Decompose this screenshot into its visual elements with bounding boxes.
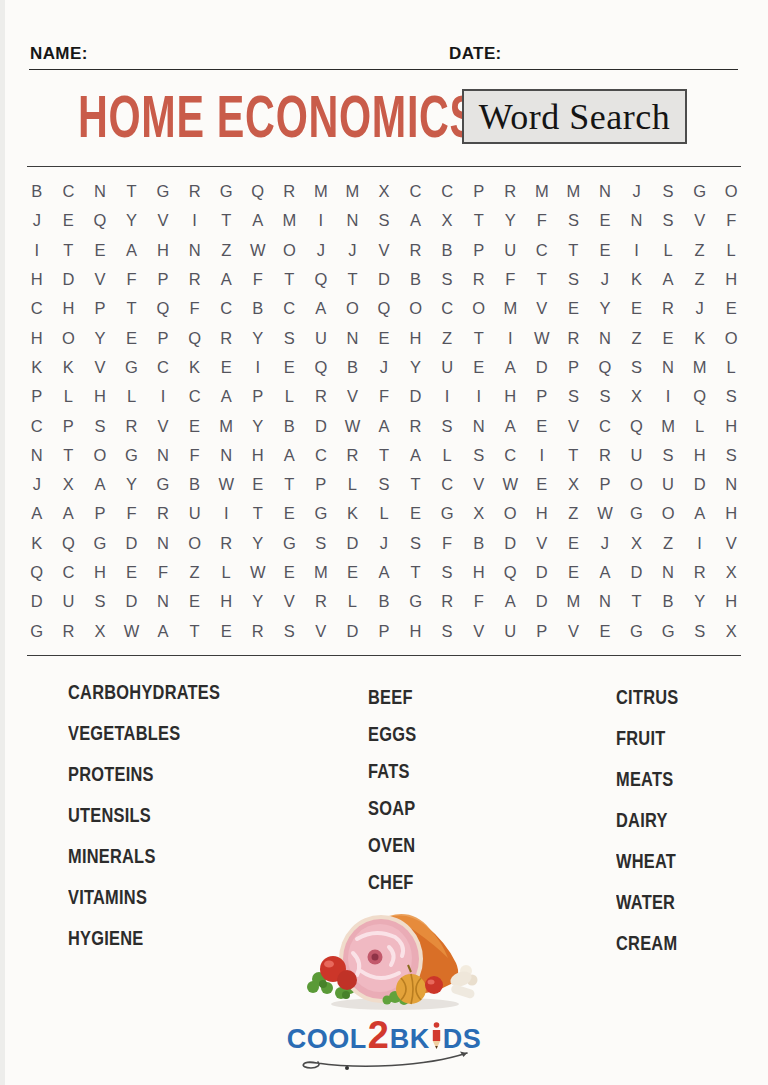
grid-cell[interactable]: P [368, 616, 400, 645]
grid-cell[interactable]: E [179, 587, 211, 616]
grid-cell[interactable]: X [53, 470, 85, 499]
grid-cell[interactable]: L [368, 499, 400, 528]
grid-cell[interactable]: S [431, 411, 463, 440]
grid-cell[interactable]: O [337, 294, 369, 323]
grid-cell[interactable]: R [274, 177, 306, 206]
grid-cell[interactable]: Z [431, 323, 463, 352]
grid-cell[interactable]: O [400, 294, 432, 323]
grid-cell[interactable]: S [305, 529, 337, 558]
grid-cell[interactable]: D [526, 587, 558, 616]
grid-cell[interactable]: E [652, 323, 684, 352]
grid-cell[interactable]: R [305, 382, 337, 411]
grid-cell[interactable]: T [179, 616, 211, 645]
grid-cell[interactable]: A [400, 441, 432, 470]
grid-cell[interactable]: P [463, 236, 495, 265]
grid-cell[interactable]: G [116, 441, 148, 470]
grid-cell[interactable]: E [621, 294, 653, 323]
grid-cell[interactable]: R [337, 441, 369, 470]
grid-cell[interactable]: U [494, 616, 526, 645]
grid-cell[interactable]: C [179, 382, 211, 411]
grid-cell[interactable]: T [368, 441, 400, 470]
grid-cell[interactable]: C [210, 294, 242, 323]
grid-cell[interactable]: Q [147, 294, 179, 323]
grid-cell[interactable]: C [400, 177, 432, 206]
grid-cell[interactable]: O [715, 177, 747, 206]
grid-cell[interactable]: V [463, 616, 495, 645]
grid-cell[interactable]: A [53, 499, 85, 528]
grid-cell[interactable]: S [715, 382, 747, 411]
grid-cell[interactable]: X [621, 529, 653, 558]
grid-cell[interactable]: U [494, 236, 526, 265]
grid-cell[interactable]: I [652, 382, 684, 411]
grid-cell[interactable]: H [84, 558, 116, 587]
grid-cell[interactable]: D [53, 265, 85, 294]
grid-cell[interactable]: Z [179, 558, 211, 587]
grid-cell[interactable]: L [53, 382, 85, 411]
grid-cell[interactable]: W [116, 616, 148, 645]
grid-cell[interactable]: T [53, 441, 85, 470]
grid-cell[interactable]: S [431, 558, 463, 587]
grid-cell[interactable]: H [53, 294, 85, 323]
grid-cell[interactable]: E [558, 529, 590, 558]
grid-cell[interactable]: B [242, 294, 274, 323]
grid-cell[interactable]: R [589, 441, 621, 470]
grid-cell[interactable]: C [53, 177, 85, 206]
grid-cell[interactable]: O [53, 323, 85, 352]
grid-cell[interactable]: D [621, 558, 653, 587]
grid-cell[interactable]: M [558, 587, 590, 616]
grid-cell[interactable]: P [53, 411, 85, 440]
grid-cell[interactable]: S [558, 382, 590, 411]
grid-cell[interactable]: D [337, 529, 369, 558]
grid-cell[interactable]: D [116, 529, 148, 558]
grid-cell[interactable]: O [463, 294, 495, 323]
grid-cell[interactable]: C [431, 177, 463, 206]
grid-cell[interactable]: H [400, 616, 432, 645]
grid-cell[interactable]: Q [53, 529, 85, 558]
grid-cell[interactable]: H [210, 587, 242, 616]
grid-cell[interactable]: Q [684, 382, 716, 411]
grid-cell[interactable]: Q [305, 265, 337, 294]
grid-cell[interactable]: L [684, 411, 716, 440]
grid-cell[interactable]: W [337, 411, 369, 440]
grid-cell[interactable]: F [116, 265, 148, 294]
grid-cell[interactable]: S [274, 323, 306, 352]
grid-cell[interactable]: I [179, 206, 211, 235]
grid-cell[interactable]: P [589, 470, 621, 499]
grid-cell[interactable]: A [274, 441, 306, 470]
grid-cell[interactable]: I [21, 236, 53, 265]
grid-cell[interactable]: V [147, 411, 179, 440]
grid-cell[interactable]: P [526, 616, 558, 645]
grid-cell[interactable]: D [526, 558, 558, 587]
grid-cell[interactable]: P [526, 382, 558, 411]
grid-cell[interactable]: J [589, 265, 621, 294]
grid-cell[interactable]: L [210, 558, 242, 587]
grid-cell[interactable]: P [463, 177, 495, 206]
grid-cell[interactable]: Y [242, 587, 274, 616]
grid-cell[interactable]: H [84, 382, 116, 411]
grid-cell[interactable]: I [242, 353, 274, 382]
grid-cell[interactable]: M [305, 558, 337, 587]
grid-cell[interactable]: M [652, 411, 684, 440]
grid-cell[interactable]: H [715, 265, 747, 294]
grid-cell[interactable]: X [558, 470, 590, 499]
grid-cell[interactable]: I [210, 499, 242, 528]
grid-cell[interactable]: E [463, 353, 495, 382]
grid-cell[interactable]: G [684, 177, 716, 206]
grid-cell[interactable]: N [463, 411, 495, 440]
grid-cell[interactable]: Y [242, 529, 274, 558]
grid-cell[interactable]: E [242, 470, 274, 499]
grid-cell[interactable]: V [558, 411, 590, 440]
grid-cell[interactable]: J [337, 236, 369, 265]
grid-cell[interactable]: B [431, 236, 463, 265]
grid-cell[interactable]: N [147, 587, 179, 616]
grid-cell[interactable]: C [305, 441, 337, 470]
grid-cell[interactable]: N [589, 587, 621, 616]
grid-cell[interactable]: R [400, 411, 432, 440]
grid-cell[interactable]: T [621, 587, 653, 616]
grid-cell[interactable]: T [116, 177, 148, 206]
grid-cell[interactable]: F [242, 265, 274, 294]
grid-cell[interactable]: A [494, 587, 526, 616]
grid-cell[interactable]: C [589, 411, 621, 440]
grid-cell[interactable]: E [589, 616, 621, 645]
grid-cell[interactable]: R [179, 265, 211, 294]
grid-cell[interactable]: R [53, 616, 85, 645]
grid-cell[interactable]: H [526, 499, 558, 528]
grid-cell[interactable]: T [337, 265, 369, 294]
grid-cell[interactable]: S [652, 441, 684, 470]
grid-cell[interactable]: D [337, 616, 369, 645]
grid-cell[interactable]: E [558, 294, 590, 323]
grid-cell[interactable]: S [621, 353, 653, 382]
grid-cell[interactable]: T [400, 558, 432, 587]
grid-cell[interactable]: X [463, 499, 495, 528]
grid-cell[interactable]: H [400, 323, 432, 352]
grid-cell[interactable]: F [463, 587, 495, 616]
grid-cell[interactable]: T [274, 470, 306, 499]
grid-cell[interactable]: S [368, 206, 400, 235]
grid-cell[interactable]: M [210, 411, 242, 440]
grid-cell[interactable]: Q [621, 411, 653, 440]
grid-cell[interactable]: K [53, 353, 85, 382]
grid-cell[interactable]: S [84, 411, 116, 440]
grid-cell[interactable]: D [684, 470, 716, 499]
grid-cell[interactable]: V [715, 529, 747, 558]
grid-cell[interactable]: W [242, 236, 274, 265]
grid-cell[interactable]: X [715, 616, 747, 645]
grid-cell[interactable]: A [210, 265, 242, 294]
grid-cell[interactable]: B [337, 353, 369, 382]
grid-cell[interactable]: I [621, 236, 653, 265]
grid-cell[interactable]: C [431, 470, 463, 499]
grid-cell[interactable]: T [463, 206, 495, 235]
grid-cell[interactable]: J [305, 236, 337, 265]
grid-cell[interactable]: L [715, 236, 747, 265]
grid-cell[interactable]: S [652, 206, 684, 235]
grid-cell[interactable]: Z [558, 499, 590, 528]
grid-cell[interactable]: D [116, 587, 148, 616]
grid-cell[interactable]: E [274, 499, 306, 528]
grid-cell[interactable]: A [494, 353, 526, 382]
grid-cell[interactable]: K [179, 353, 211, 382]
grid-cell[interactable]: F [715, 206, 747, 235]
grid-cell[interactable]: E [589, 206, 621, 235]
grid-cell[interactable]: T [400, 470, 432, 499]
grid-cell[interactable]: R [431, 587, 463, 616]
grid-cell[interactable]: N [589, 177, 621, 206]
grid-cell[interactable]: T [242, 499, 274, 528]
grid-cell[interactable]: U [305, 323, 337, 352]
grid-cell[interactable]: T [526, 265, 558, 294]
grid-cell[interactable]: T [53, 236, 85, 265]
grid-cell[interactable]: K [621, 265, 653, 294]
grid-cell[interactable]: K [21, 353, 53, 382]
grid-cell[interactable]: E [400, 499, 432, 528]
grid-cell[interactable]: O [494, 499, 526, 528]
grid-cell[interactable]: V [305, 616, 337, 645]
date-fill-area[interactable] [502, 44, 738, 70]
grid-cell[interactable]: V [84, 265, 116, 294]
grid-cell[interactable]: B [179, 470, 211, 499]
grid-cell[interactable]: R [147, 499, 179, 528]
grid-cell[interactable]: A [210, 382, 242, 411]
grid-cell[interactable]: R [463, 265, 495, 294]
grid-cell[interactable]: J [368, 529, 400, 558]
grid-cell[interactable]: W [526, 323, 558, 352]
grid-cell[interactable]: Q [494, 558, 526, 587]
grid-cell[interactable]: P [305, 470, 337, 499]
grid-cell[interactable]: M [337, 177, 369, 206]
grid-cell[interactable]: V [84, 353, 116, 382]
grid-cell[interactable]: S [463, 441, 495, 470]
grid-cell[interactable]: G [116, 353, 148, 382]
grid-cell[interactable]: W [210, 470, 242, 499]
grid-cell[interactable]: N [715, 470, 747, 499]
grid-cell[interactable]: J [368, 353, 400, 382]
grid-cell[interactable]: T [463, 323, 495, 352]
grid-cell[interactable]: A [368, 411, 400, 440]
grid-cell[interactable]: B [274, 411, 306, 440]
grid-cell[interactable]: N [84, 177, 116, 206]
grid-cell[interactable]: V [558, 616, 590, 645]
grid-cell[interactable]: S [684, 616, 716, 645]
grid-cell[interactable]: N [337, 323, 369, 352]
grid-cell[interactable]: O [84, 441, 116, 470]
grid-cell[interactable]: E [526, 470, 558, 499]
grid-cell[interactable]: O [652, 499, 684, 528]
grid-cell[interactable]: J [21, 206, 53, 235]
grid-cell[interactable]: U [621, 441, 653, 470]
grid-cell[interactable]: X [621, 382, 653, 411]
grid-cell[interactable]: C [147, 353, 179, 382]
grid-cell[interactable]: P [84, 294, 116, 323]
grid-cell[interactable]: L [652, 236, 684, 265]
grid-cell[interactable]: A [21, 499, 53, 528]
grid-cell[interactable]: C [526, 236, 558, 265]
grid-cell[interactable]: I [494, 323, 526, 352]
grid-cell[interactable]: E [116, 323, 148, 352]
grid-cell[interactable]: L [715, 353, 747, 382]
grid-cell[interactable]: M [684, 353, 716, 382]
grid-cell[interactable]: A [494, 411, 526, 440]
grid-cell[interactable]: G [621, 499, 653, 528]
grid-cell[interactable]: R [210, 529, 242, 558]
grid-cell[interactable]: X [431, 206, 463, 235]
grid-cell[interactable]: R [684, 558, 716, 587]
grid-cell[interactable]: B [21, 177, 53, 206]
grid-cell[interactable]: T [210, 206, 242, 235]
grid-cell[interactable]: G [431, 499, 463, 528]
grid-cell[interactable]: H [463, 558, 495, 587]
grid-cell[interactable]: Z [621, 323, 653, 352]
grid-cell[interactable]: N [589, 323, 621, 352]
grid-cell[interactable]: D [368, 265, 400, 294]
grid-cell[interactable]: O [274, 236, 306, 265]
grid-cell[interactable]: N [179, 236, 211, 265]
grid-cell[interactable]: H [715, 411, 747, 440]
grid-cell[interactable]: C [21, 294, 53, 323]
grid-cell[interactable]: I [305, 206, 337, 235]
grid-cell[interactable]: T [558, 236, 590, 265]
grid-cell[interactable]: N [147, 441, 179, 470]
grid-cell[interactable]: E [526, 411, 558, 440]
grid-cell[interactable]: S [589, 382, 621, 411]
grid-cell[interactable]: O [179, 529, 211, 558]
grid-cell[interactable]: U [179, 499, 211, 528]
grid-cell[interactable]: E [179, 411, 211, 440]
grid-cell[interactable]: P [84, 499, 116, 528]
grid-cell[interactable]: N [21, 441, 53, 470]
grid-cell[interactable]: F [368, 382, 400, 411]
grid-cell[interactable]: G [400, 587, 432, 616]
grid-cell[interactable]: J [589, 529, 621, 558]
grid-cell[interactable]: Z [652, 529, 684, 558]
grid-cell[interactable]: F [526, 206, 558, 235]
grid-cell[interactable]: M [494, 294, 526, 323]
grid-cell[interactable]: E [274, 353, 306, 382]
grid-cell[interactable]: S [368, 470, 400, 499]
grid-cell[interactable]: H [147, 236, 179, 265]
grid-cell[interactable]: T [558, 441, 590, 470]
grid-cell[interactable]: B [400, 265, 432, 294]
grid-cell[interactable]: H [21, 265, 53, 294]
grid-cell[interactable]: Y [116, 206, 148, 235]
grid-cell[interactable]: D [526, 353, 558, 382]
grid-cell[interactable]: A [242, 206, 274, 235]
grid-cell[interactable]: A [147, 616, 179, 645]
grid-cell[interactable]: Z [210, 236, 242, 265]
grid-cell[interactable]: S [274, 616, 306, 645]
grid-cell[interactable]: N [210, 441, 242, 470]
grid-cell[interactable]: P [147, 323, 179, 352]
grid-cell[interactable]: T [274, 265, 306, 294]
grid-cell[interactable]: X [715, 558, 747, 587]
grid-cell[interactable]: C [431, 294, 463, 323]
grid-cell[interactable]: S [400, 529, 432, 558]
grid-cell[interactable]: Q [21, 558, 53, 587]
grid-cell[interactable]: M [274, 206, 306, 235]
grid-cell[interactable]: L [116, 382, 148, 411]
grid-cell[interactable]: I [526, 441, 558, 470]
grid-cell[interactable]: W [589, 499, 621, 528]
grid-cell[interactable]: U [652, 470, 684, 499]
grid-cell[interactable]: O [621, 470, 653, 499]
grid-cell[interactable]: S [558, 206, 590, 235]
grid-cell[interactable]: E [558, 558, 590, 587]
grid-cell[interactable]: S [715, 441, 747, 470]
grid-cell[interactable]: S [431, 265, 463, 294]
grid-cell[interactable]: A [116, 236, 148, 265]
grid-cell[interactable]: K [337, 499, 369, 528]
grid-cell[interactable]: F [179, 294, 211, 323]
grid-cell[interactable]: N [621, 206, 653, 235]
grid-cell[interactable]: F [494, 265, 526, 294]
grid-cell[interactable]: L [337, 587, 369, 616]
grid-cell[interactable]: P [242, 382, 274, 411]
grid-cell[interactable]: S [652, 177, 684, 206]
grid-cell[interactable]: R [116, 411, 148, 440]
grid-cell[interactable]: Y [589, 294, 621, 323]
grid-cell[interactable]: S [558, 265, 590, 294]
grid-cell[interactable]: J [21, 470, 53, 499]
grid-cell[interactable]: I [463, 382, 495, 411]
grid-cell[interactable]: U [53, 587, 85, 616]
grid-cell[interactable]: D [21, 587, 53, 616]
grid-cell[interactable]: Q [368, 294, 400, 323]
grid-cell[interactable]: C [21, 411, 53, 440]
grid-cell[interactable]: Q [84, 206, 116, 235]
grid-cell[interactable]: H [684, 441, 716, 470]
grid-cell[interactable]: Y [400, 353, 432, 382]
grid-cell[interactable]: Q [305, 353, 337, 382]
grid-cell[interactable]: D [305, 411, 337, 440]
grid-cell[interactable]: R [558, 323, 590, 352]
grid-cell[interactable]: V [274, 587, 306, 616]
grid-cell[interactable]: Z [684, 265, 716, 294]
grid-cell[interactable]: N [147, 529, 179, 558]
grid-cell[interactable]: L [274, 382, 306, 411]
grid-cell[interactable]: F [179, 441, 211, 470]
grid-cell[interactable]: S [431, 616, 463, 645]
grid-cell[interactable]: H [21, 323, 53, 352]
grid-cell[interactable]: E [210, 353, 242, 382]
grid-cell[interactable]: F [431, 529, 463, 558]
grid-cell[interactable]: P [147, 265, 179, 294]
grid-cell[interactable]: M [526, 177, 558, 206]
grid-cell[interactable]: R [210, 323, 242, 352]
grid-cell[interactable]: E [337, 558, 369, 587]
grid-cell[interactable]: K [684, 323, 716, 352]
grid-cell[interactable]: C [274, 294, 306, 323]
grid-cell[interactable]: K [21, 529, 53, 558]
grid-cell[interactable]: A [652, 265, 684, 294]
grid-cell[interactable]: S [84, 587, 116, 616]
grid-cell[interactable]: R [242, 616, 274, 645]
grid-cell[interactable]: H [715, 499, 747, 528]
grid-cell[interactable]: Q [242, 177, 274, 206]
grid-cell[interactable]: M [558, 177, 590, 206]
grid-cell[interactable]: L [431, 441, 463, 470]
grid-cell[interactable]: F [147, 558, 179, 587]
grid-cell[interactable]: E [368, 323, 400, 352]
grid-cell[interactable]: C [53, 558, 85, 587]
grid-cell[interactable]: E [715, 294, 747, 323]
grid-cell[interactable]: E [116, 558, 148, 587]
grid-cell[interactable]: D [494, 529, 526, 558]
